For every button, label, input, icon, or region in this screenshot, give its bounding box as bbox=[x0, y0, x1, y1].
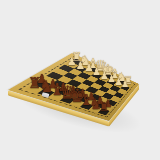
chess-set-photo: ♜♞♝♛♚♝♞♜♟♟♟♟♟♟♟♟♟♟♟♟♟♟♟♟♜♞♝♛♚♝♞♜ bbox=[0, 0, 160, 160]
black-rook: ♜ bbox=[98, 101, 109, 113]
white-pawn: ♟ bbox=[121, 80, 129, 89]
pieces-layer: ♜♞♝♛♚♝♞♜♟♟♟♟♟♟♟♟♟♟♟♟♟♟♟♟♜♞♝♛♚♝♞♜ bbox=[0, 0, 160, 160]
